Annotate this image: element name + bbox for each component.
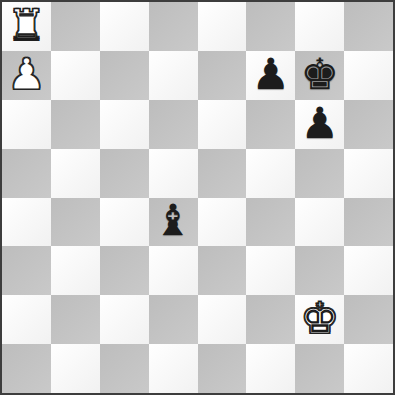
square-c8[interactable] (100, 2, 149, 51)
square-c1[interactable] (100, 344, 149, 393)
square-d5[interactable] (149, 149, 198, 198)
square-f3[interactable] (246, 246, 295, 295)
square-a1[interactable] (2, 344, 51, 393)
square-h5[interactable] (344, 149, 393, 198)
square-d8[interactable] (149, 2, 198, 51)
square-e4[interactable] (198, 198, 247, 247)
square-h8[interactable] (344, 2, 393, 51)
square-b4[interactable] (51, 198, 100, 247)
square-g1[interactable] (295, 344, 344, 393)
square-h3[interactable] (344, 246, 393, 295)
square-d6[interactable] (149, 100, 198, 149)
black-pawn: ♟ (300, 102, 339, 145)
square-f2[interactable] (246, 295, 295, 344)
square-d2[interactable] (149, 295, 198, 344)
square-c6[interactable] (100, 100, 149, 149)
square-a3[interactable] (2, 246, 51, 295)
square-c3[interactable] (100, 246, 149, 295)
square-c7[interactable] (100, 51, 149, 100)
square-e5[interactable] (198, 149, 247, 198)
square-b7[interactable] (51, 51, 100, 100)
square-c4[interactable] (100, 198, 149, 247)
square-c2[interactable] (100, 295, 149, 344)
square-g3[interactable] (295, 246, 344, 295)
square-a4[interactable] (2, 198, 51, 247)
square-d7[interactable] (149, 51, 198, 100)
square-e2[interactable] (198, 295, 247, 344)
square-h2[interactable] (344, 295, 393, 344)
white-pawn: ♟ (7, 53, 46, 96)
square-h7[interactable] (344, 51, 393, 100)
chess-board: ♜♟♟♚♟♝♚ (0, 0, 395, 395)
black-bishop: ♝ (154, 199, 193, 242)
square-b2[interactable] (51, 295, 100, 344)
square-b1[interactable] (51, 344, 100, 393)
square-e6[interactable] (198, 100, 247, 149)
black-king: ♚ (300, 53, 339, 96)
square-f1[interactable] (246, 344, 295, 393)
square-e8[interactable] (198, 2, 247, 51)
square-f6[interactable] (246, 100, 295, 149)
square-d4[interactable]: ♝ (149, 198, 198, 247)
square-c5[interactable] (100, 149, 149, 198)
square-e3[interactable] (198, 246, 247, 295)
black-pawn: ♟ (252, 53, 291, 96)
square-b6[interactable] (51, 100, 100, 149)
square-h1[interactable] (344, 344, 393, 393)
square-h4[interactable] (344, 198, 393, 247)
white-king: ♚ (300, 297, 339, 340)
square-a7[interactable]: ♟ (2, 51, 51, 100)
square-d3[interactable] (149, 246, 198, 295)
square-g4[interactable] (295, 198, 344, 247)
square-e7[interactable] (198, 51, 247, 100)
square-g6[interactable]: ♟ (295, 100, 344, 149)
square-g7[interactable]: ♚ (295, 51, 344, 100)
square-f7[interactable]: ♟ (246, 51, 295, 100)
square-b5[interactable] (51, 149, 100, 198)
square-b3[interactable] (51, 246, 100, 295)
white-rook: ♜ (7, 4, 46, 47)
square-g8[interactable] (295, 2, 344, 51)
square-f4[interactable] (246, 198, 295, 247)
square-g5[interactable] (295, 149, 344, 198)
square-f5[interactable] (246, 149, 295, 198)
square-a5[interactable] (2, 149, 51, 198)
square-b8[interactable] (51, 2, 100, 51)
square-a8[interactable]: ♜ (2, 2, 51, 51)
square-h6[interactable] (344, 100, 393, 149)
square-a6[interactable] (2, 100, 51, 149)
square-d1[interactable] (149, 344, 198, 393)
square-a2[interactable] (2, 295, 51, 344)
square-g2[interactable]: ♚ (295, 295, 344, 344)
square-e1[interactable] (198, 344, 247, 393)
square-f8[interactable] (246, 2, 295, 51)
